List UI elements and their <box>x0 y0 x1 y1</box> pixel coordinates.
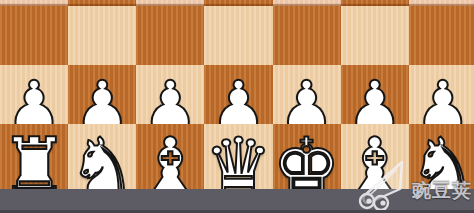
square-d1[interactable]: ♛ <box>204 124 272 189</box>
square-a2[interactable]: ♟ <box>0 65 68 124</box>
chess-app-screen: ♟♟♟♟♟♟♟♟♜♞♝♛♚♝♞♜ 豌豆荚 <box>0 0 474 213</box>
square-a3[interactable] <box>0 6 68 65</box>
square-c3[interactable] <box>136 6 204 65</box>
square-a1[interactable]: ♜ <box>0 124 68 189</box>
square-e1[interactable]: ♚ <box>273 124 341 189</box>
square-b2[interactable]: ♟ <box>68 65 136 124</box>
square-f1[interactable]: ♝ <box>341 124 409 189</box>
square-e2[interactable]: ♟ <box>273 65 341 124</box>
square-b1[interactable]: ♞ <box>68 124 136 189</box>
square-e3[interactable] <box>273 6 341 65</box>
square-c1[interactable]: ♝ <box>136 124 204 189</box>
chess-board: ♟♟♟♟♟♟♟♟♜♞♝♛♚♝♞♜ <box>0 0 474 189</box>
square-f3[interactable] <box>341 6 409 65</box>
bottom-bar <box>0 189 474 213</box>
square-f2[interactable]: ♟ <box>341 65 409 124</box>
square-c2[interactable]: ♟ <box>136 65 204 124</box>
square-b3[interactable] <box>68 6 136 65</box>
square-d3[interactable] <box>204 6 272 65</box>
square-g1[interactable]: ♞ <box>409 124 474 189</box>
square-g2[interactable]: ♟ <box>409 65 474 124</box>
square-g3[interactable] <box>409 6 474 65</box>
square-d2[interactable]: ♟ <box>204 65 272 124</box>
